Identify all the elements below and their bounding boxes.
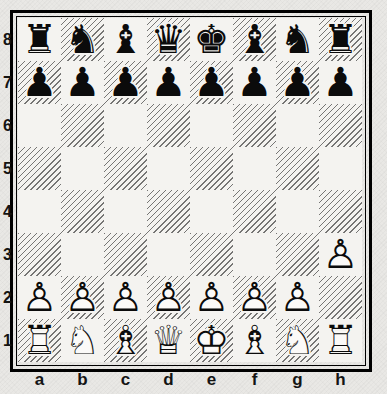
square-f6[interactable] <box>233 104 276 147</box>
square-f8[interactable]: ♝ <box>233 18 276 61</box>
square-h7[interactable]: ♟ <box>319 61 362 104</box>
rank-label-2: 2 <box>0 276 15 319</box>
square-c6[interactable] <box>104 104 147 147</box>
piece-black-queen: ♛ <box>147 17 190 60</box>
piece-white-knight: ♞♘ <box>276 318 319 361</box>
piece-black-knight: ♞ <box>276 17 319 60</box>
square-h2[interactable] <box>319 276 362 319</box>
black-piece-glyph: ♜ <box>323 19 359 59</box>
white-piece-fill: ♟ <box>151 277 187 317</box>
black-piece-glyph: ♟ <box>237 62 273 102</box>
square-c1[interactable]: ♝♗ <box>104 319 147 362</box>
file-label-d: d <box>147 368 190 392</box>
white-piece-outline: ♕ <box>151 320 187 360</box>
square-g5[interactable] <box>276 147 319 190</box>
square-h5[interactable] <box>319 147 362 190</box>
square-b5[interactable] <box>61 147 104 190</box>
piece-black-bishop: ♝ <box>104 17 147 60</box>
white-piece-outline: ♙ <box>194 277 230 317</box>
white-piece-outline: ♘ <box>280 320 316 360</box>
piece-white-queen: ♛♕ <box>147 318 190 361</box>
white-piece-fill: ♟ <box>22 277 58 317</box>
white-piece-fill: ♟ <box>323 234 359 274</box>
file-labels: abcdefgh <box>18 368 362 392</box>
piece-black-pawn: ♟ <box>61 60 104 103</box>
square-b6[interactable] <box>61 104 104 147</box>
square-d5[interactable] <box>147 147 190 190</box>
black-piece-glyph: ♟ <box>151 62 187 102</box>
white-piece-fill: ♜ <box>22 320 58 360</box>
black-piece-glyph: ♟ <box>280 62 316 102</box>
white-piece-fill: ♟ <box>194 277 230 317</box>
square-g6[interactable] <box>276 104 319 147</box>
white-piece-fill: ♟ <box>108 277 144 317</box>
rank-label-8: 8 <box>0 18 15 61</box>
square-a4[interactable] <box>18 190 61 233</box>
square-a8[interactable]: ♜ <box>18 18 61 61</box>
square-f2[interactable]: ♟♙ <box>233 276 276 319</box>
file-label-h: h <box>319 368 362 392</box>
piece-white-pawn: ♟♙ <box>233 275 276 318</box>
square-b7[interactable]: ♟ <box>61 61 104 104</box>
square-e8[interactable]: ♚ <box>190 18 233 61</box>
square-f1[interactable]: ♝♗ <box>233 319 276 362</box>
piece-black-bishop: ♝ <box>233 17 276 60</box>
white-piece-outline: ♙ <box>65 277 101 317</box>
square-d7[interactable]: ♟ <box>147 61 190 104</box>
piece-black-pawn: ♟ <box>190 60 233 103</box>
piece-black-pawn: ♟ <box>104 60 147 103</box>
square-a1[interactable]: ♜♖ <box>18 319 61 362</box>
piece-white-pawn: ♟♙ <box>190 275 233 318</box>
square-c3[interactable] <box>104 233 147 276</box>
square-e6[interactable] <box>190 104 233 147</box>
black-piece-glyph: ♟ <box>108 62 144 102</box>
square-c2[interactable]: ♟♙ <box>104 276 147 319</box>
rank-label-5: 5 <box>0 147 15 190</box>
white-piece-fill: ♟ <box>237 277 273 317</box>
piece-white-bishop: ♝♗ <box>233 318 276 361</box>
square-c4[interactable] <box>104 190 147 233</box>
chess-diagram: ♜♞♝♛♚♝♞♜♟♟♟♟♟♟♟♟♟♙♟♙♟♙♟♙♟♙♟♙♟♙♟♙♜♖♞♘♝♗♛♕… <box>0 0 387 394</box>
square-d4[interactable] <box>147 190 190 233</box>
square-f4[interactable] <box>233 190 276 233</box>
rank-label-6: 6 <box>0 104 15 147</box>
square-g3[interactable] <box>276 233 319 276</box>
square-h3[interactable]: ♟♙ <box>319 233 362 276</box>
piece-white-pawn: ♟♙ <box>319 232 362 275</box>
black-piece-glyph: ♟ <box>323 62 359 102</box>
white-piece-outline: ♖ <box>22 320 58 360</box>
square-e4[interactable] <box>190 190 233 233</box>
square-e1[interactable]: ♚♔ <box>190 319 233 362</box>
square-f7[interactable]: ♟ <box>233 61 276 104</box>
white-piece-outline: ♗ <box>237 320 273 360</box>
white-piece-outline: ♙ <box>280 277 316 317</box>
white-piece-outline: ♙ <box>151 277 187 317</box>
white-piece-fill: ♟ <box>65 277 101 317</box>
square-a5[interactable] <box>18 147 61 190</box>
white-piece-fill: ♟ <box>280 277 316 317</box>
square-h1[interactable]: ♜♖ <box>319 319 362 362</box>
square-g8[interactable]: ♞ <box>276 18 319 61</box>
black-piece-glyph: ♝ <box>108 19 144 59</box>
square-b4[interactable] <box>61 190 104 233</box>
black-piece-glyph: ♞ <box>65 19 101 59</box>
white-piece-outline: ♗ <box>108 320 144 360</box>
square-a7[interactable]: ♟ <box>18 61 61 104</box>
white-piece-fill: ♚ <box>194 320 230 360</box>
square-b3[interactable] <box>61 233 104 276</box>
chess-board: ♜♞♝♛♚♝♞♜♟♟♟♟♟♟♟♟♟♙♟♙♟♙♟♙♟♙♟♙♟♙♟♙♜♖♞♘♝♗♛♕… <box>18 18 362 362</box>
piece-white-rook: ♜♖ <box>18 318 61 361</box>
white-piece-outline: ♙ <box>237 277 273 317</box>
white-piece-outline: ♙ <box>108 277 144 317</box>
square-a3[interactable] <box>18 233 61 276</box>
file-label-f: f <box>233 368 276 392</box>
file-label-e: e <box>190 368 233 392</box>
square-b1[interactable]: ♞♘ <box>61 319 104 362</box>
square-d8[interactable]: ♛ <box>147 18 190 61</box>
square-f3[interactable] <box>233 233 276 276</box>
square-c8[interactable]: ♝ <box>104 18 147 61</box>
white-piece-outline: ♙ <box>323 234 359 274</box>
piece-white-pawn: ♟♙ <box>104 275 147 318</box>
piece-black-rook: ♜ <box>319 17 362 60</box>
rank-labels: 87654321 <box>0 18 15 362</box>
rank-label-4: 4 <box>0 190 15 233</box>
square-g2[interactable]: ♟♙ <box>276 276 319 319</box>
piece-white-pawn: ♟♙ <box>18 275 61 318</box>
square-h6[interactable] <box>319 104 362 147</box>
square-g4[interactable] <box>276 190 319 233</box>
square-e5[interactable] <box>190 147 233 190</box>
piece-black-pawn: ♟ <box>276 60 319 103</box>
black-piece-glyph: ♟ <box>22 62 58 102</box>
black-piece-glyph: ♜ <box>22 19 58 59</box>
black-piece-glyph: ♟ <box>65 62 101 102</box>
file-label-c: c <box>104 368 147 392</box>
square-d1[interactable]: ♛♕ <box>147 319 190 362</box>
black-piece-glyph: ♚ <box>194 19 230 59</box>
black-piece-glyph: ♟ <box>194 62 230 102</box>
white-piece-fill: ♝ <box>108 320 144 360</box>
white-piece-fill: ♝ <box>237 320 273 360</box>
piece-white-pawn: ♟♙ <box>147 275 190 318</box>
rank-label-1: 1 <box>0 319 15 362</box>
square-e2[interactable]: ♟♙ <box>190 276 233 319</box>
file-label-a: a <box>18 368 61 392</box>
square-f5[interactable] <box>233 147 276 190</box>
piece-black-pawn: ♟ <box>319 60 362 103</box>
white-piece-fill: ♞ <box>280 320 316 360</box>
rank-label-3: 3 <box>0 233 15 276</box>
rank-label-7: 7 <box>0 61 15 104</box>
white-piece-outline: ♙ <box>22 277 58 317</box>
piece-white-bishop: ♝♗ <box>104 318 147 361</box>
piece-black-king: ♚ <box>190 17 233 60</box>
piece-black-rook: ♜ <box>18 17 61 60</box>
square-b2[interactable]: ♟♙ <box>61 276 104 319</box>
square-g7[interactable]: ♟ <box>276 61 319 104</box>
square-d6[interactable] <box>147 104 190 147</box>
white-piece-fill: ♞ <box>65 320 101 360</box>
piece-white-king: ♚♔ <box>190 318 233 361</box>
piece-white-pawn: ♟♙ <box>61 275 104 318</box>
white-piece-fill: ♜ <box>323 320 359 360</box>
piece-black-pawn: ♟ <box>147 60 190 103</box>
piece-white-knight: ♞♘ <box>61 318 104 361</box>
piece-black-knight: ♞ <box>61 17 104 60</box>
white-piece-outline: ♔ <box>194 320 230 360</box>
square-h4[interactable] <box>319 190 362 233</box>
piece-black-pawn: ♟ <box>18 60 61 103</box>
file-label-g: g <box>276 368 319 392</box>
square-c7[interactable]: ♟ <box>104 61 147 104</box>
white-piece-fill: ♛ <box>151 320 187 360</box>
piece-white-rook: ♜♖ <box>319 318 362 361</box>
black-piece-glyph: ♞ <box>280 19 316 59</box>
piece-white-pawn: ♟♙ <box>276 275 319 318</box>
square-d3[interactable] <box>147 233 190 276</box>
square-e7[interactable]: ♟ <box>190 61 233 104</box>
square-a2[interactable]: ♟♙ <box>18 276 61 319</box>
square-c5[interactable] <box>104 147 147 190</box>
square-e3[interactable] <box>190 233 233 276</box>
square-a6[interactable] <box>18 104 61 147</box>
square-h8[interactable]: ♜ <box>319 18 362 61</box>
black-piece-glyph: ♛ <box>151 19 187 59</box>
file-label-b: b <box>61 368 104 392</box>
black-piece-glyph: ♝ <box>237 19 273 59</box>
white-piece-outline: ♖ <box>323 320 359 360</box>
square-b8[interactable]: ♞ <box>61 18 104 61</box>
square-d2[interactable]: ♟♙ <box>147 276 190 319</box>
piece-black-pawn: ♟ <box>233 60 276 103</box>
white-piece-outline: ♘ <box>65 320 101 360</box>
square-g1[interactable]: ♞♘ <box>276 319 319 362</box>
